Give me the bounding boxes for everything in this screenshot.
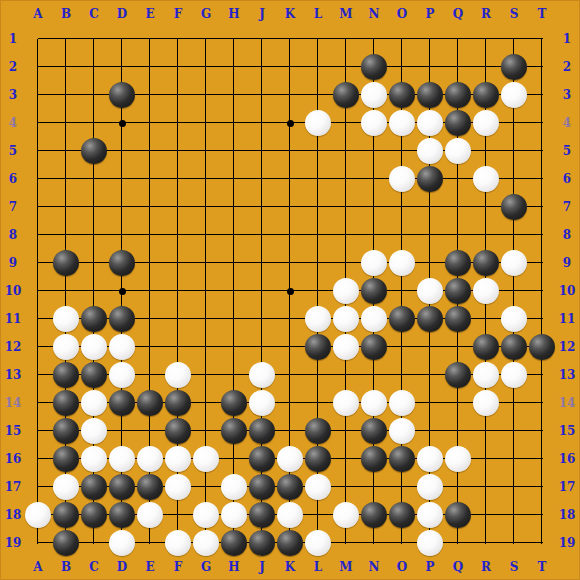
intersection-T19[interactable] xyxy=(528,529,556,557)
intersection-L7[interactable] xyxy=(304,193,332,221)
intersection-H19[interactable] xyxy=(220,529,248,557)
intersection-C2[interactable] xyxy=(80,53,108,81)
intersection-G3[interactable] xyxy=(192,81,220,109)
intersection-H16[interactable] xyxy=(220,445,248,473)
intersection-M8[interactable] xyxy=(332,221,360,249)
intersection-N17[interactable] xyxy=(360,473,388,501)
intersection-J9[interactable] xyxy=(248,249,276,277)
intersection-O7[interactable] xyxy=(388,193,416,221)
intersection-J3[interactable] xyxy=(248,81,276,109)
intersection-L17[interactable] xyxy=(304,473,332,501)
intersection-B19[interactable] xyxy=(52,529,80,557)
intersection-K13[interactable] xyxy=(276,361,304,389)
intersection-K14[interactable] xyxy=(276,389,304,417)
intersection-G7[interactable] xyxy=(192,193,220,221)
intersection-T15[interactable] xyxy=(528,417,556,445)
intersection-F17[interactable] xyxy=(164,473,192,501)
intersection-B4[interactable] xyxy=(52,109,80,137)
intersection-Q10[interactable] xyxy=(444,277,472,305)
intersection-E1[interactable] xyxy=(136,25,164,53)
intersection-L1[interactable] xyxy=(304,25,332,53)
intersection-H12[interactable] xyxy=(220,333,248,361)
intersection-M12[interactable] xyxy=(332,333,360,361)
intersection-O12[interactable] xyxy=(388,333,416,361)
intersection-B14[interactable] xyxy=(52,389,80,417)
intersection-A5[interactable] xyxy=(24,137,52,165)
intersection-P12[interactable] xyxy=(416,333,444,361)
intersection-F8[interactable] xyxy=(164,221,192,249)
intersection-O5[interactable] xyxy=(388,137,416,165)
intersection-C11[interactable] xyxy=(80,305,108,333)
intersection-A4[interactable] xyxy=(24,109,52,137)
intersection-S19[interactable] xyxy=(500,529,528,557)
intersection-Q2[interactable] xyxy=(444,53,472,81)
intersection-C9[interactable] xyxy=(80,249,108,277)
intersection-T7[interactable] xyxy=(528,193,556,221)
intersection-D1[interactable] xyxy=(108,25,136,53)
intersection-L2[interactable] xyxy=(304,53,332,81)
intersection-N1[interactable] xyxy=(360,25,388,53)
intersection-E8[interactable] xyxy=(136,221,164,249)
intersection-M11[interactable] xyxy=(332,305,360,333)
intersection-H15[interactable] xyxy=(220,417,248,445)
intersection-P3[interactable] xyxy=(416,81,444,109)
intersection-P4[interactable] xyxy=(416,109,444,137)
intersection-K9[interactable] xyxy=(276,249,304,277)
intersection-B9[interactable] xyxy=(52,249,80,277)
intersection-D13[interactable] xyxy=(108,361,136,389)
intersection-G14[interactable] xyxy=(192,389,220,417)
intersection-K5[interactable] xyxy=(276,137,304,165)
intersection-M14[interactable] xyxy=(332,389,360,417)
intersection-K8[interactable] xyxy=(276,221,304,249)
intersection-G16[interactable] xyxy=(192,445,220,473)
intersection-N15[interactable] xyxy=(360,417,388,445)
intersection-K7[interactable] xyxy=(276,193,304,221)
intersection-O2[interactable] xyxy=(388,53,416,81)
intersection-J18[interactable] xyxy=(248,501,276,529)
intersection-M19[interactable] xyxy=(332,529,360,557)
intersection-F12[interactable] xyxy=(164,333,192,361)
intersection-B6[interactable] xyxy=(52,165,80,193)
intersection-H6[interactable] xyxy=(220,165,248,193)
intersection-L11[interactable] xyxy=(304,305,332,333)
intersection-T10[interactable] xyxy=(528,277,556,305)
intersection-D5[interactable] xyxy=(108,137,136,165)
intersection-E18[interactable] xyxy=(136,501,164,529)
intersection-N8[interactable] xyxy=(360,221,388,249)
intersection-F3[interactable] xyxy=(164,81,192,109)
intersection-R12[interactable] xyxy=(472,333,500,361)
intersection-A2[interactable] xyxy=(24,53,52,81)
intersection-E6[interactable] xyxy=(136,165,164,193)
intersection-S11[interactable] xyxy=(500,305,528,333)
intersection-E15[interactable] xyxy=(136,417,164,445)
intersection-K6[interactable] xyxy=(276,165,304,193)
intersection-K19[interactable] xyxy=(276,529,304,557)
intersection-E17[interactable] xyxy=(136,473,164,501)
intersection-A11[interactable] xyxy=(24,305,52,333)
intersection-K10[interactable] xyxy=(276,277,304,305)
intersection-L10[interactable] xyxy=(304,277,332,305)
intersection-A16[interactable] xyxy=(24,445,52,473)
intersection-Q4[interactable] xyxy=(444,109,472,137)
intersection-H1[interactable] xyxy=(220,25,248,53)
intersection-P16[interactable] xyxy=(416,445,444,473)
intersection-J10[interactable] xyxy=(248,277,276,305)
intersection-A12[interactable] xyxy=(24,333,52,361)
intersection-P14[interactable] xyxy=(416,389,444,417)
intersection-D16[interactable] xyxy=(108,445,136,473)
intersection-M5[interactable] xyxy=(332,137,360,165)
intersection-L18[interactable] xyxy=(304,501,332,529)
intersection-N11[interactable] xyxy=(360,305,388,333)
intersection-Q3[interactable] xyxy=(444,81,472,109)
intersection-N18[interactable] xyxy=(360,501,388,529)
intersection-N2[interactable] xyxy=(360,53,388,81)
intersection-T12[interactable] xyxy=(528,333,556,361)
intersection-R1[interactable] xyxy=(472,25,500,53)
intersection-J17[interactable] xyxy=(248,473,276,501)
intersection-S13[interactable] xyxy=(500,361,528,389)
intersection-F10[interactable] xyxy=(164,277,192,305)
intersection-J14[interactable] xyxy=(248,389,276,417)
intersection-C12[interactable] xyxy=(80,333,108,361)
intersection-G15[interactable] xyxy=(192,417,220,445)
intersection-E2[interactable] xyxy=(136,53,164,81)
intersection-B12[interactable] xyxy=(52,333,80,361)
intersection-P2[interactable] xyxy=(416,53,444,81)
intersection-J1[interactable] xyxy=(248,25,276,53)
intersection-A15[interactable] xyxy=(24,417,52,445)
intersection-S16[interactable] xyxy=(500,445,528,473)
intersection-L16[interactable] xyxy=(304,445,332,473)
intersection-T6[interactable] xyxy=(528,165,556,193)
intersection-M1[interactable] xyxy=(332,25,360,53)
intersection-C14[interactable] xyxy=(80,389,108,417)
intersection-Q12[interactable] xyxy=(444,333,472,361)
intersection-G9[interactable] xyxy=(192,249,220,277)
intersection-O9[interactable] xyxy=(388,249,416,277)
intersection-C18[interactable] xyxy=(80,501,108,529)
intersection-G18[interactable] xyxy=(192,501,220,529)
intersection-P13[interactable] xyxy=(416,361,444,389)
intersection-E7[interactable] xyxy=(136,193,164,221)
intersection-L4[interactable] xyxy=(304,109,332,137)
intersection-K2[interactable] xyxy=(276,53,304,81)
intersection-O6[interactable] xyxy=(388,165,416,193)
intersection-H2[interactable] xyxy=(220,53,248,81)
intersection-F18[interactable] xyxy=(164,501,192,529)
intersection-L8[interactable] xyxy=(304,221,332,249)
intersection-G17[interactable] xyxy=(192,473,220,501)
intersection-Q9[interactable] xyxy=(444,249,472,277)
intersection-H4[interactable] xyxy=(220,109,248,137)
intersection-A13[interactable] xyxy=(24,361,52,389)
intersection-D7[interactable] xyxy=(108,193,136,221)
intersection-O15[interactable] xyxy=(388,417,416,445)
intersection-S3[interactable] xyxy=(500,81,528,109)
intersection-B11[interactable] xyxy=(52,305,80,333)
intersection-B17[interactable] xyxy=(52,473,80,501)
intersection-E19[interactable] xyxy=(136,529,164,557)
intersection-D15[interactable] xyxy=(108,417,136,445)
intersection-D2[interactable] xyxy=(108,53,136,81)
intersection-E13[interactable] xyxy=(136,361,164,389)
intersection-Q1[interactable] xyxy=(444,25,472,53)
intersection-P17[interactable] xyxy=(416,473,444,501)
intersection-A3[interactable] xyxy=(24,81,52,109)
intersection-F4[interactable] xyxy=(164,109,192,137)
intersection-S12[interactable] xyxy=(500,333,528,361)
intersection-S7[interactable] xyxy=(500,193,528,221)
intersection-F9[interactable] xyxy=(164,249,192,277)
intersection-D11[interactable] xyxy=(108,305,136,333)
intersection-R2[interactable] xyxy=(472,53,500,81)
intersection-R18[interactable] xyxy=(472,501,500,529)
intersection-T5[interactable] xyxy=(528,137,556,165)
intersection-F6[interactable] xyxy=(164,165,192,193)
intersection-S5[interactable] xyxy=(500,137,528,165)
intersection-P15[interactable] xyxy=(416,417,444,445)
intersection-T11[interactable] xyxy=(528,305,556,333)
intersection-F2[interactable] xyxy=(164,53,192,81)
intersection-P8[interactable] xyxy=(416,221,444,249)
intersection-J15[interactable] xyxy=(248,417,276,445)
intersection-K3[interactable] xyxy=(276,81,304,109)
intersection-J16[interactable] xyxy=(248,445,276,473)
intersection-N5[interactable] xyxy=(360,137,388,165)
intersection-O18[interactable] xyxy=(388,501,416,529)
intersection-K18[interactable] xyxy=(276,501,304,529)
intersection-D3[interactable] xyxy=(108,81,136,109)
intersection-H7[interactable] xyxy=(220,193,248,221)
intersection-Q6[interactable] xyxy=(444,165,472,193)
intersection-L19[interactable] xyxy=(304,529,332,557)
intersection-J2[interactable] xyxy=(248,53,276,81)
intersection-K17[interactable] xyxy=(276,473,304,501)
intersection-Q13[interactable] xyxy=(444,361,472,389)
intersection-E16[interactable] xyxy=(136,445,164,473)
intersection-S17[interactable] xyxy=(500,473,528,501)
intersection-H5[interactable] xyxy=(220,137,248,165)
intersection-G5[interactable] xyxy=(192,137,220,165)
intersection-G2[interactable] xyxy=(192,53,220,81)
intersection-R10[interactable] xyxy=(472,277,500,305)
intersection-B16[interactable] xyxy=(52,445,80,473)
intersection-T8[interactable] xyxy=(528,221,556,249)
intersection-M10[interactable] xyxy=(332,277,360,305)
intersection-N14[interactable] xyxy=(360,389,388,417)
intersection-D8[interactable] xyxy=(108,221,136,249)
intersection-P19[interactable] xyxy=(416,529,444,557)
intersection-J8[interactable] xyxy=(248,221,276,249)
intersection-F11[interactable] xyxy=(164,305,192,333)
intersection-M18[interactable] xyxy=(332,501,360,529)
intersection-R3[interactable] xyxy=(472,81,500,109)
intersection-S4[interactable] xyxy=(500,109,528,137)
intersection-C5[interactable] xyxy=(80,137,108,165)
intersection-F5[interactable] xyxy=(164,137,192,165)
intersection-C7[interactable] xyxy=(80,193,108,221)
intersection-O3[interactable] xyxy=(388,81,416,109)
intersection-E11[interactable] xyxy=(136,305,164,333)
intersection-D6[interactable] xyxy=(108,165,136,193)
intersection-D12[interactable] xyxy=(108,333,136,361)
intersection-G19[interactable] xyxy=(192,529,220,557)
intersection-E10[interactable] xyxy=(136,277,164,305)
intersection-S9[interactable] xyxy=(500,249,528,277)
intersection-L12[interactable] xyxy=(304,333,332,361)
intersection-F19[interactable] xyxy=(164,529,192,557)
intersection-R4[interactable] xyxy=(472,109,500,137)
intersection-A19[interactable] xyxy=(24,529,52,557)
intersection-M17[interactable] xyxy=(332,473,360,501)
intersection-M4[interactable] xyxy=(332,109,360,137)
intersection-B5[interactable] xyxy=(52,137,80,165)
intersection-M13[interactable] xyxy=(332,361,360,389)
intersection-T9[interactable] xyxy=(528,249,556,277)
intersection-R16[interactable] xyxy=(472,445,500,473)
intersection-E14[interactable] xyxy=(136,389,164,417)
intersection-T17[interactable] xyxy=(528,473,556,501)
intersection-M6[interactable] xyxy=(332,165,360,193)
intersection-G13[interactable] xyxy=(192,361,220,389)
intersection-Q17[interactable] xyxy=(444,473,472,501)
intersection-H11[interactable] xyxy=(220,305,248,333)
intersection-N4[interactable] xyxy=(360,109,388,137)
intersection-P10[interactable] xyxy=(416,277,444,305)
intersection-L13[interactable] xyxy=(304,361,332,389)
intersection-C4[interactable] xyxy=(80,109,108,137)
intersection-H14[interactable] xyxy=(220,389,248,417)
intersection-D19[interactable] xyxy=(108,529,136,557)
intersection-S8[interactable] xyxy=(500,221,528,249)
intersection-R11[interactable] xyxy=(472,305,500,333)
intersection-N10[interactable] xyxy=(360,277,388,305)
intersection-H3[interactable] xyxy=(220,81,248,109)
intersection-A7[interactable] xyxy=(24,193,52,221)
intersection-T14[interactable] xyxy=(528,389,556,417)
intersection-F7[interactable] xyxy=(164,193,192,221)
intersection-C13[interactable] xyxy=(80,361,108,389)
intersection-R14[interactable] xyxy=(472,389,500,417)
intersection-G1[interactable] xyxy=(192,25,220,53)
intersection-S2[interactable] xyxy=(500,53,528,81)
intersection-O19[interactable] xyxy=(388,529,416,557)
intersection-B18[interactable] xyxy=(52,501,80,529)
intersection-N3[interactable] xyxy=(360,81,388,109)
intersection-J11[interactable] xyxy=(248,305,276,333)
intersection-R9[interactable] xyxy=(472,249,500,277)
intersection-F14[interactable] xyxy=(164,389,192,417)
intersection-L9[interactable] xyxy=(304,249,332,277)
intersection-A8[interactable] xyxy=(24,221,52,249)
intersection-O10[interactable] xyxy=(388,277,416,305)
intersection-B2[interactable] xyxy=(52,53,80,81)
intersection-A17[interactable] xyxy=(24,473,52,501)
intersection-A10[interactable] xyxy=(24,277,52,305)
intersection-N19[interactable] xyxy=(360,529,388,557)
intersection-C17[interactable] xyxy=(80,473,108,501)
intersection-R19[interactable] xyxy=(472,529,500,557)
intersection-R5[interactable] xyxy=(472,137,500,165)
intersection-H18[interactable] xyxy=(220,501,248,529)
intersection-R8[interactable] xyxy=(472,221,500,249)
intersection-J6[interactable] xyxy=(248,165,276,193)
intersection-B8[interactable] xyxy=(52,221,80,249)
intersection-N9[interactable] xyxy=(360,249,388,277)
intersection-O14[interactable] xyxy=(388,389,416,417)
intersection-K16[interactable] xyxy=(276,445,304,473)
intersection-T1[interactable] xyxy=(528,25,556,53)
intersection-M7[interactable] xyxy=(332,193,360,221)
intersection-G8[interactable] xyxy=(192,221,220,249)
intersection-O11[interactable] xyxy=(388,305,416,333)
intersection-N6[interactable] xyxy=(360,165,388,193)
intersection-K15[interactable] xyxy=(276,417,304,445)
intersection-K4[interactable] xyxy=(276,109,304,137)
intersection-R6[interactable] xyxy=(472,165,500,193)
intersection-B13[interactable] xyxy=(52,361,80,389)
intersection-G4[interactable] xyxy=(192,109,220,137)
intersection-A14[interactable] xyxy=(24,389,52,417)
intersection-Q7[interactable] xyxy=(444,193,472,221)
intersection-R15[interactable] xyxy=(472,417,500,445)
intersection-D10[interactable] xyxy=(108,277,136,305)
intersection-D14[interactable] xyxy=(108,389,136,417)
intersection-F13[interactable] xyxy=(164,361,192,389)
intersection-B1[interactable] xyxy=(52,25,80,53)
intersection-A18[interactable] xyxy=(24,501,52,529)
intersection-F15[interactable] xyxy=(164,417,192,445)
intersection-K12[interactable] xyxy=(276,333,304,361)
intersection-L14[interactable] xyxy=(304,389,332,417)
intersection-O8[interactable] xyxy=(388,221,416,249)
intersection-C3[interactable] xyxy=(80,81,108,109)
intersection-L5[interactable] xyxy=(304,137,332,165)
intersection-S6[interactable] xyxy=(500,165,528,193)
intersection-H17[interactable] xyxy=(220,473,248,501)
intersection-T16[interactable] xyxy=(528,445,556,473)
intersection-C8[interactable] xyxy=(80,221,108,249)
intersection-N12[interactable] xyxy=(360,333,388,361)
intersection-O4[interactable] xyxy=(388,109,416,137)
intersection-E9[interactable] xyxy=(136,249,164,277)
intersection-J12[interactable] xyxy=(248,333,276,361)
intersection-Q5[interactable] xyxy=(444,137,472,165)
intersection-G12[interactable] xyxy=(192,333,220,361)
intersection-O17[interactable] xyxy=(388,473,416,501)
intersection-C15[interactable] xyxy=(80,417,108,445)
intersection-P11[interactable] xyxy=(416,305,444,333)
intersection-M3[interactable] xyxy=(332,81,360,109)
intersection-Q16[interactable] xyxy=(444,445,472,473)
intersection-A9[interactable] xyxy=(24,249,52,277)
intersection-E5[interactable] xyxy=(136,137,164,165)
intersection-R7[interactable] xyxy=(472,193,500,221)
intersection-S14[interactable] xyxy=(500,389,528,417)
intersection-H8[interactable] xyxy=(220,221,248,249)
intersection-H13[interactable] xyxy=(220,361,248,389)
intersection-P18[interactable] xyxy=(416,501,444,529)
intersection-S18[interactable] xyxy=(500,501,528,529)
intersection-P6[interactable] xyxy=(416,165,444,193)
intersection-T2[interactable] xyxy=(528,53,556,81)
intersection-G10[interactable] xyxy=(192,277,220,305)
intersection-O13[interactable] xyxy=(388,361,416,389)
intersection-E3[interactable] xyxy=(136,81,164,109)
